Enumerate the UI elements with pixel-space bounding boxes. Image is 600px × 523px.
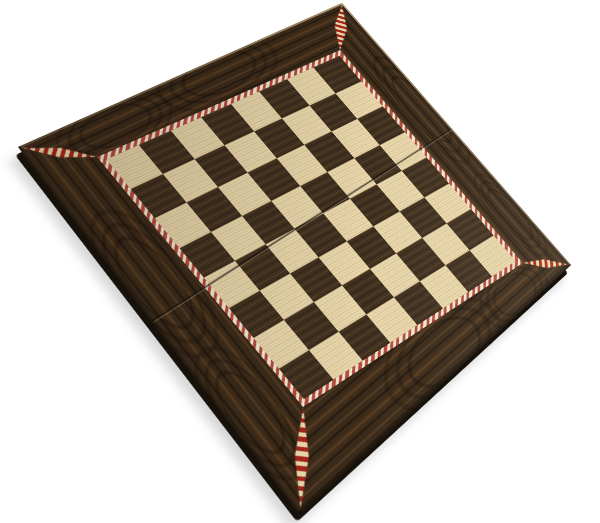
product-photo-scene bbox=[0, 0, 600, 523]
